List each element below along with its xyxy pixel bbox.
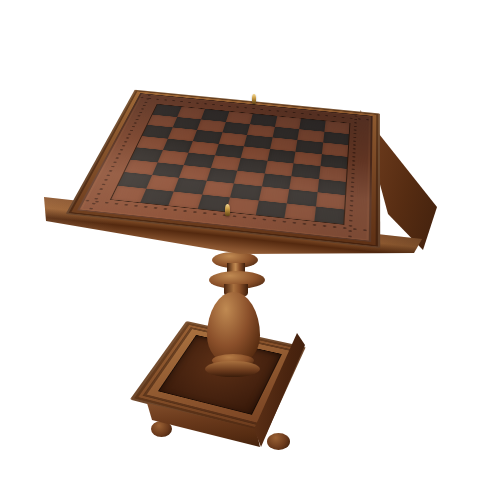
brass-pin-front bbox=[225, 204, 230, 216]
brass-pin-back bbox=[252, 94, 256, 104]
tabletop-scene bbox=[0, 0, 480, 480]
board-square bbox=[314, 206, 344, 224]
product-photo bbox=[0, 0, 480, 480]
chess-board bbox=[66, 90, 381, 248]
board-square bbox=[226, 197, 258, 215]
board-square bbox=[255, 200, 287, 218]
board-square bbox=[284, 203, 315, 221]
